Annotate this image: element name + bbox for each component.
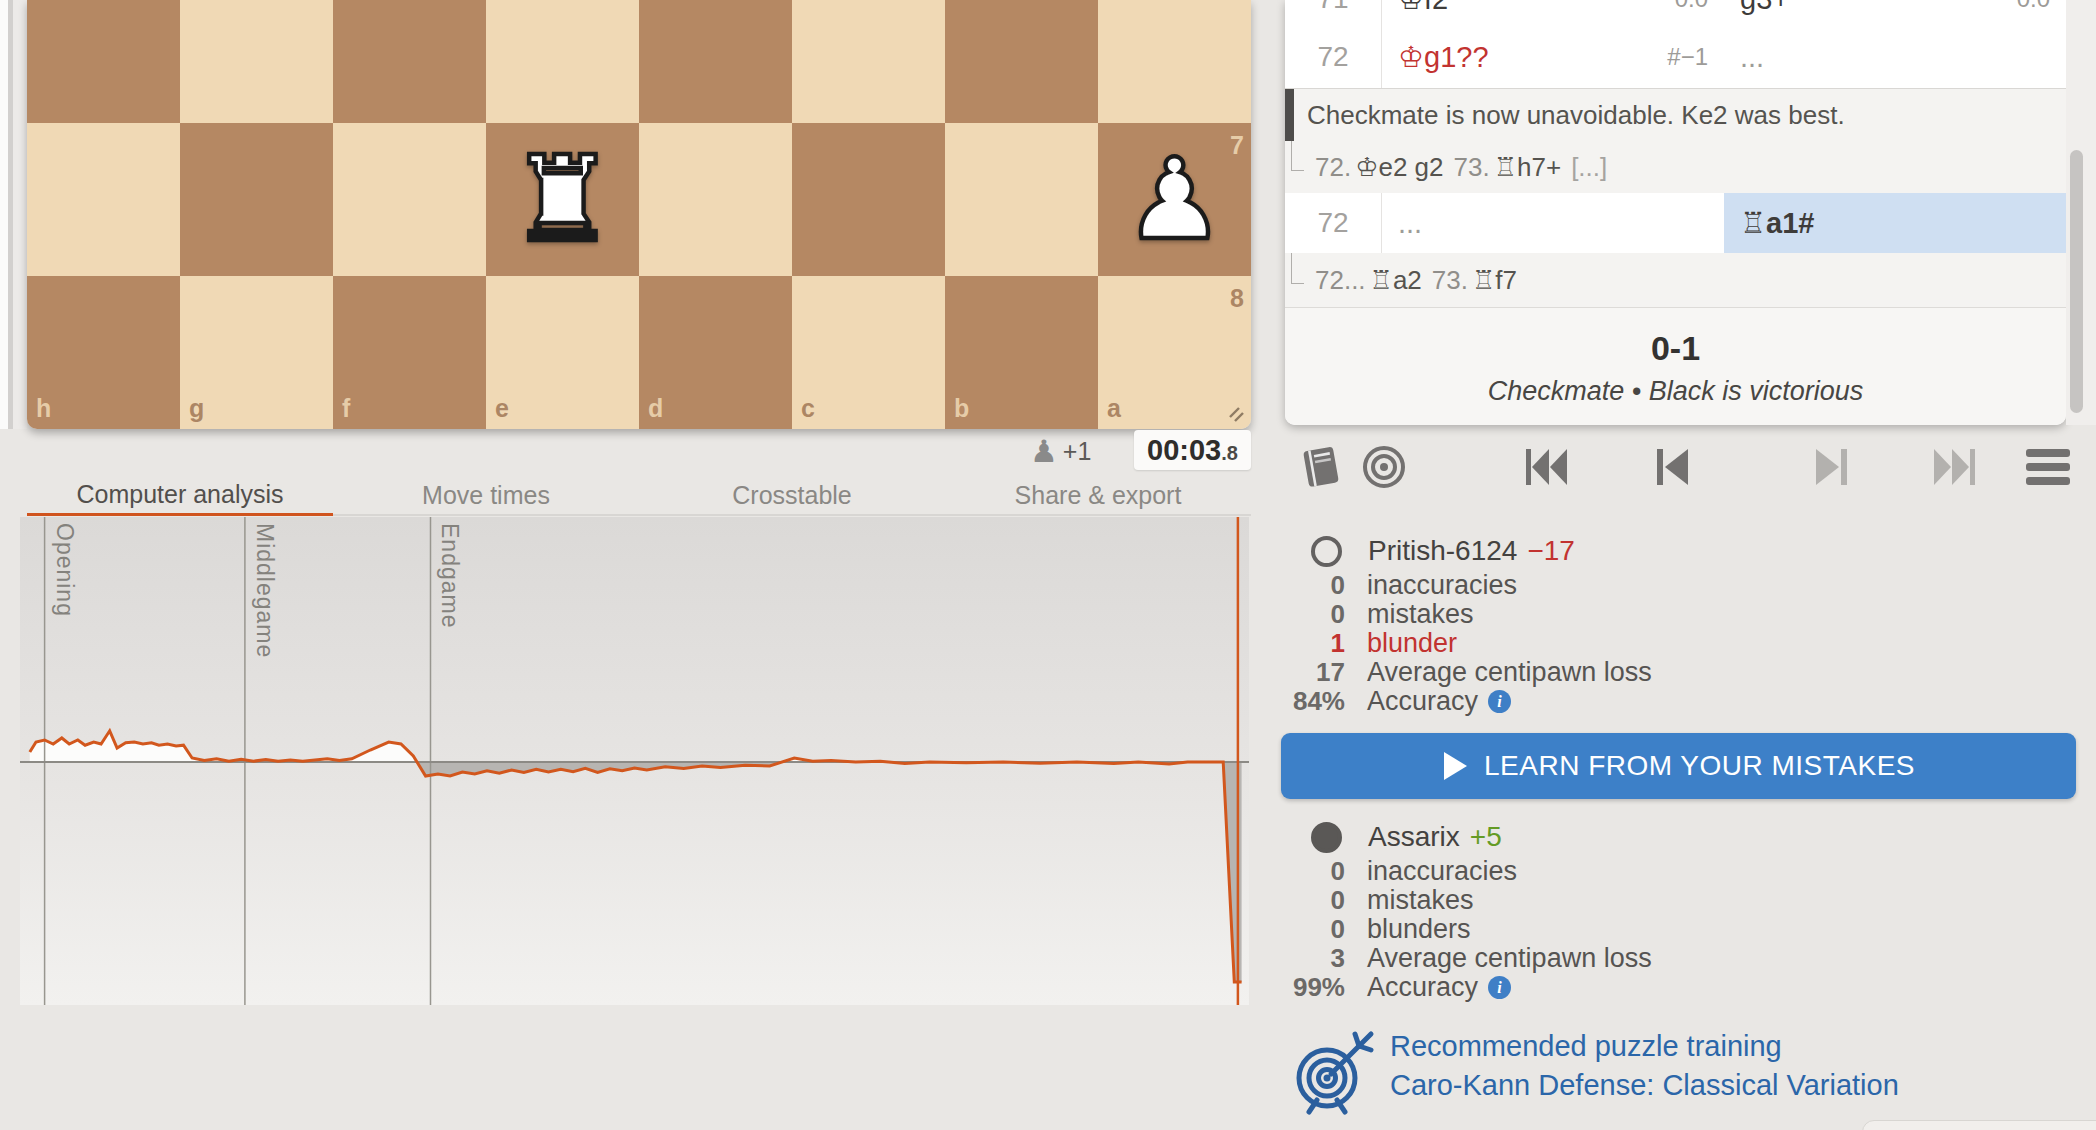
hamburger-menu-icon: [2023, 445, 2073, 489]
white-stat-accuracy: 84%Accuracyi: [1285, 687, 2066, 716]
square-h6[interactable]: [27, 0, 180, 123]
file-label-c: c: [801, 394, 815, 423]
result-description: Checkmate • Black is victorious: [1488, 376, 1864, 407]
tab-crosstable[interactable]: Crosstable: [639, 476, 945, 514]
file-label-e: e: [495, 394, 509, 423]
stat-value: 0: [1285, 856, 1345, 887]
puzzle-training-link[interactable]: Recommended puzzle training Caro-Kann De…: [1285, 1022, 2075, 1122]
previous-move-button[interactable]: [1647, 441, 1699, 493]
skip-to-start-button[interactable]: [1521, 441, 1573, 493]
puzzle-training-title[interactable]: Recommended puzzle training: [1390, 1030, 1782, 1063]
evaluation-chart[interactable]: OpeningMiddlegameEndgame: [20, 517, 1249, 1005]
puzzle-opening-name[interactable]: Caro-Kann Defense: Classical Variation: [1390, 1069, 1899, 1102]
king-figurine: ♔: [1355, 152, 1378, 182]
analysis-comment: Checkmate is now unavoidable. Ke2 was be…: [1285, 88, 2066, 141]
black-player-name[interactable]: Assarix: [1368, 821, 1460, 853]
move-eval: 0.0: [1675, 0, 1708, 13]
book-icon: [1297, 443, 1343, 491]
rank-label-8: 8: [1230, 284, 1244, 313]
move-row-71: 71 ♔f2 0.0 g3+ 0.0: [1285, 0, 2066, 26]
variation-line-1[interactable]: 72.♔e2 g273.♖h7+[...]: [1285, 141, 2066, 193]
rank-label-7: 7: [1230, 131, 1244, 160]
opening-book-button[interactable]: [1294, 441, 1346, 493]
stat-value: 0: [1285, 599, 1345, 630]
stat-label: Accuracyi: [1367, 686, 1511, 717]
king-figurine: ♔: [1398, 40, 1424, 74]
skip-to-end-button[interactable]: [1928, 441, 1980, 493]
move-black-pending[interactable]: ...: [1724, 26, 2066, 88]
black-stat-average-centipawn-loss: 3Average centipawn loss: [1285, 944, 2066, 973]
phase-label-opening: Opening: [51, 523, 78, 617]
stat-label: inaccuracies: [1367, 570, 1517, 601]
move-black-g3[interactable]: g3+ 0.0: [1724, 0, 2066, 26]
square-g7[interactable]: [180, 123, 333, 276]
file-label-a: a: [1107, 394, 1121, 423]
white-stat-mistakes: 0mistakes: [1285, 600, 2066, 629]
variation-elbow-icon: [1291, 141, 1304, 171]
stat-value: 1: [1285, 628, 1345, 659]
square-c6[interactable]: [792, 0, 945, 123]
menu-button[interactable]: [2022, 441, 2074, 493]
phase-label-middlegame: Middlegame: [251, 523, 278, 658]
clock-tenths: .8: [1221, 442, 1238, 465]
gutter-highlight: [0, 0, 8, 429]
practice-with-computer-button[interactable]: [1358, 441, 1410, 493]
black-stat-blunders: 0blunders: [1285, 915, 2066, 944]
square-f6[interactable]: [333, 0, 486, 123]
play-icon: [1442, 751, 1468, 781]
black-stat-inaccuracies: 0inaccuracies: [1285, 857, 2066, 886]
material-advantage: ♟ +1: [1030, 432, 1130, 470]
move-list-scroll-thumb[interactable]: [2070, 150, 2083, 413]
stat-label: Average centipawn loss: [1367, 657, 1652, 688]
evaluation-chart-svg: [20, 517, 1249, 1005]
black-stat-mistakes: 0mistakes: [1285, 886, 2066, 915]
square-d6[interactable]: [639, 0, 792, 123]
stat-value: 0: [1285, 914, 1345, 945]
black-player-summary: Assarix+50inaccuracies0mistakes0blunders…: [1285, 820, 2066, 1002]
rook-figurine: ♖: [1472, 265, 1495, 295]
comment-marker-bar: [1285, 89, 1294, 141]
rook-figurine: ♖: [1370, 265, 1393, 295]
white-rook-e7[interactable]: ♜: [486, 123, 639, 276]
accuracy-info-icon[interactable]: i: [1488, 690, 1511, 713]
accuracy-info-icon[interactable]: i: [1488, 976, 1511, 999]
skip-backward-icon: [1523, 444, 1571, 490]
variation-elbow-icon: [1291, 253, 1304, 284]
square-h7[interactable]: [27, 123, 180, 276]
move-eval: 0.0: [2017, 0, 2050, 13]
stat-label: Average centipawn loss: [1367, 943, 1652, 974]
black-rating-diff: +5: [1470, 821, 1502, 853]
game-result: 0-1 Checkmate • Black is victorious: [1285, 308, 2066, 425]
chess-board[interactable]: ♜♟hgfedcba78: [27, 0, 1251, 429]
white-rating-diff: −17: [1527, 535, 1575, 567]
learn-from-mistakes-button[interactable]: LEARN FROM YOUR MISTAKES: [1281, 733, 2076, 799]
skip-forward-icon: [1930, 444, 1978, 490]
stat-label: Accuracyi: [1367, 972, 1511, 1003]
move-number: 72: [1285, 26, 1382, 88]
lichess-analysis-page: ♜♟hgfedcba78 ♟ +1 00:03 .8 Computer anal…: [0, 0, 2096, 1130]
variation-line-2[interactable]: 72...♖a273.♖f7: [1285, 253, 2066, 308]
white-stat-inaccuracies: 0inaccuracies: [1285, 571, 2066, 600]
analysis-tabs: Computer analysis Move times Crosstable …: [27, 476, 1251, 516]
chess-board-grid[interactable]: ♜♟hgfedcba78: [27, 0, 1251, 429]
stat-label: inaccuracies: [1367, 856, 1517, 887]
phase-label-endgame: Endgame: [436, 523, 463, 628]
pawn-icon: ♟: [1030, 432, 1058, 470]
move-number: 71: [1285, 0, 1382, 26]
white-player-summary: Pritish-6124−170inaccuracies0mistakes1bl…: [1285, 534, 2066, 716]
move-list-panel: 71 ♔f2 0.0 g3+ 0.0 72 ♔g1?? #−1 ... Chec…: [1285, 0, 2066, 425]
tab-move-times[interactable]: Move times: [333, 476, 639, 514]
square-e6[interactable]: [486, 0, 639, 123]
square-f8[interactable]: [333, 276, 486, 429]
gutter-divider: [8, 0, 13, 429]
move-black-ra1-mate-selected[interactable]: ♖a1#: [1724, 193, 2066, 253]
white-color-icon: [1311, 536, 1342, 567]
square-b7[interactable]: [945, 123, 1098, 276]
stat-label: mistakes: [1367, 885, 1474, 916]
tab-share-export[interactable]: Share & export: [945, 476, 1251, 514]
stat-label: blunder: [1367, 628, 1457, 659]
stat-value: 99%: [1285, 972, 1345, 1003]
square-f7[interactable]: [333, 123, 486, 276]
dartboard-arrow-icon: [1293, 1026, 1377, 1118]
file-label-b: b: [954, 394, 969, 423]
rook-figurine: ♖: [1494, 152, 1517, 182]
step-backward-icon: [1652, 444, 1694, 490]
result-score: 0-1: [1651, 329, 1700, 368]
king-figurine: ♔: [1398, 0, 1424, 16]
square-d7[interactable]: [639, 123, 792, 276]
stat-value: 0: [1285, 570, 1345, 601]
stat-value: 84%: [1285, 686, 1345, 717]
stat-label: mistakes: [1367, 599, 1474, 630]
stat-value: 3: [1285, 943, 1345, 974]
white-player-name-row: Pritish-6124−17: [1285, 534, 2066, 568]
square-a6[interactable]: [1098, 0, 1251, 123]
stat-value: 0: [1285, 885, 1345, 916]
rook-figurine: ♖: [1740, 206, 1766, 240]
variation-collapsed-indicator: [...]: [1571, 152, 1607, 183]
white-player-name[interactable]: Pritish-6124: [1368, 535, 1517, 567]
white-stat-average-centipawn-loss: 17Average centipawn loss: [1285, 658, 2066, 687]
material-advantage-value: +1: [1063, 437, 1092, 466]
white-stat-blunder: 1blunder: [1285, 629, 2066, 658]
page-left-gutter: [0, 0, 27, 429]
stat-value: 17: [1285, 657, 1345, 688]
file-label-g: g: [189, 394, 204, 423]
move-row-72-black: 72 ... ♖a1#: [1285, 193, 2066, 253]
next-section-card-edge: [1862, 1120, 2096, 1130]
board-resize-handle[interactable]: [1226, 404, 1246, 424]
square-b6[interactable]: [945, 0, 1098, 123]
move-eval: #−1: [1667, 43, 1708, 71]
move-row-72: 72 ♔g1?? #−1 ...: [1285, 26, 2066, 88]
white-pawn-a7[interactable]: ♟: [1098, 123, 1251, 276]
black-clock: 00:03 .8: [1134, 430, 1251, 470]
next-move-button[interactable]: [1805, 441, 1857, 493]
square-c7[interactable]: [792, 123, 945, 276]
clock-time: 00:03: [1147, 434, 1221, 467]
file-label-d: d: [648, 394, 663, 423]
move-number: 72: [1285, 193, 1382, 253]
step-forward-icon: [1810, 444, 1852, 490]
file-label-f: f: [342, 394, 350, 423]
black-stat-accuracy: 99%Accuracyi: [1285, 973, 2066, 1002]
stat-label: blunders: [1367, 914, 1471, 945]
tab-computer-analysis[interactable]: Computer analysis: [27, 476, 333, 516]
black-player-name-row: Assarix+5: [1285, 820, 2066, 854]
black-color-icon: [1311, 822, 1342, 853]
move-white-kf2[interactable]: ♔f2 0.0: [1382, 0, 1724, 26]
target-icon: [1361, 444, 1407, 490]
file-label-h: h: [36, 394, 51, 423]
move-white-placeholder: ...: [1382, 193, 1724, 253]
move-white-kg1-blunder[interactable]: ♔g1?? #−1: [1382, 26, 1724, 88]
square-g6[interactable]: [180, 0, 333, 123]
